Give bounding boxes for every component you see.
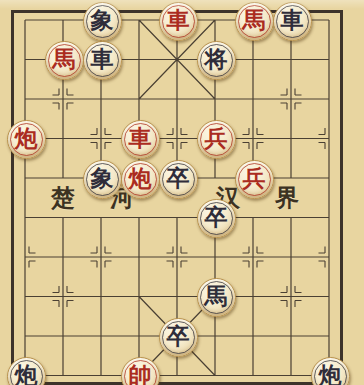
piece-glyph: 車: [129, 127, 152, 150]
piece-black-elephant[interactable]: 象: [83, 2, 122, 41]
piece-glyph: 馬: [53, 48, 76, 71]
xiangqi-board: 楚河汉界 象車馬車馬車将炮車兵象炮卒兵卒馬卒炮帥炮: [0, 0, 364, 385]
river-label: 楚: [51, 182, 75, 214]
piece-glyph: 卒: [205, 206, 228, 229]
piece-glyph: 馬: [205, 285, 228, 308]
piece-red-horse[interactable]: 馬: [235, 2, 274, 41]
piece-red-cannon[interactable]: 炮: [121, 160, 160, 199]
piece-glyph: 炮: [15, 364, 38, 385]
piece-glyph: 卒: [167, 325, 190, 348]
piece-black-chariot[interactable]: 車: [273, 2, 312, 41]
piece-black-cannon[interactable]: 炮: [311, 357, 350, 385]
piece-glyph: 馬: [243, 9, 266, 32]
piece-black-general[interactable]: 将: [197, 41, 236, 80]
piece-glyph: 象: [91, 9, 114, 32]
piece-glyph: 卒: [167, 167, 190, 190]
piece-black-soldier[interactable]: 卒: [197, 199, 236, 238]
piece-black-horse[interactable]: 馬: [197, 278, 236, 317]
piece-black-soldier[interactable]: 卒: [159, 160, 198, 199]
piece-red-cannon[interactable]: 炮: [7, 120, 46, 159]
piece-red-chariot[interactable]: 車: [121, 120, 160, 159]
piece-glyph: 将: [205, 48, 228, 71]
piece-glyph: 車: [91, 48, 114, 71]
piece-red-general[interactable]: 帥: [121, 357, 160, 385]
piece-black-elephant[interactable]: 象: [83, 160, 122, 199]
piece-black-cannon[interactable]: 炮: [7, 357, 46, 385]
river-label: 界: [275, 182, 299, 214]
piece-glyph: 炮: [319, 364, 342, 385]
piece-glyph: 炮: [129, 167, 152, 190]
piece-red-horse[interactable]: 馬: [45, 41, 84, 80]
piece-black-soldier[interactable]: 卒: [159, 318, 198, 357]
piece-glyph: 炮: [15, 127, 38, 150]
piece-glyph: 兵: [243, 167, 266, 190]
piece-glyph: 車: [281, 9, 304, 32]
piece-black-chariot[interactable]: 車: [83, 41, 122, 80]
piece-red-chariot[interactable]: 車: [159, 2, 198, 41]
piece-glyph: 帥: [129, 364, 152, 385]
piece-red-soldier[interactable]: 兵: [235, 160, 274, 199]
piece-red-soldier[interactable]: 兵: [197, 120, 236, 159]
piece-glyph: 車: [167, 9, 190, 32]
piece-glyph: 象: [91, 167, 114, 190]
piece-glyph: 兵: [205, 127, 228, 150]
